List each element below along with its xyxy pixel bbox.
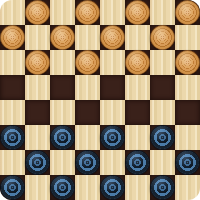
square-c1[interactable] [50,175,75,200]
square-e3[interactable] [100,125,125,150]
square-h7 [175,25,200,50]
blue-checker-piece[interactable] [150,125,175,150]
square-e4 [100,100,125,125]
square-c8 [50,0,75,25]
square-h8[interactable] [175,0,200,25]
square-d4[interactable] [75,100,100,125]
square-g1[interactable] [150,175,175,200]
orange-checker-piece[interactable] [100,25,125,50]
blue-checker-piece[interactable] [100,175,125,200]
orange-checker-piece[interactable] [125,50,150,75]
square-g5[interactable] [150,75,175,100]
square-h3 [175,125,200,150]
square-h4[interactable] [175,100,200,125]
app-background [0,0,200,200]
square-d7 [75,25,100,50]
square-h2[interactable] [175,150,200,175]
orange-checker-piece[interactable] [75,50,100,75]
square-e8 [100,0,125,25]
square-d5 [75,75,100,100]
square-b8[interactable] [25,0,50,25]
square-g3[interactable] [150,125,175,150]
square-h5 [175,75,200,100]
blue-checker-piece[interactable] [0,125,25,150]
orange-checker-piece[interactable] [175,0,200,25]
orange-checker-piece[interactable] [150,25,175,50]
square-d6[interactable] [75,50,100,75]
square-b5 [25,75,50,100]
square-e1[interactable] [100,175,125,200]
square-d8[interactable] [75,0,100,25]
square-c7[interactable] [50,25,75,50]
square-b4[interactable] [25,100,50,125]
square-d3 [75,125,100,150]
square-e2 [100,150,125,175]
square-g7[interactable] [150,25,175,50]
blue-checker-piece[interactable] [50,175,75,200]
square-c2 [50,150,75,175]
square-h1 [175,175,200,200]
square-f8[interactable] [125,0,150,25]
blue-checker-piece[interactable] [50,125,75,150]
square-a5[interactable] [0,75,25,100]
orange-checker-piece[interactable] [0,25,25,50]
square-b2[interactable] [25,150,50,175]
square-e5[interactable] [100,75,125,100]
square-d1 [75,175,100,200]
square-h6[interactable] [175,50,200,75]
square-a6 [0,50,25,75]
orange-checker-piece[interactable] [125,0,150,25]
square-g6 [150,50,175,75]
orange-checker-piece[interactable] [75,0,100,25]
square-b1 [25,175,50,200]
square-f2[interactable] [125,150,150,175]
square-g4 [150,100,175,125]
checkers-board [0,0,200,200]
square-b3 [25,125,50,150]
square-c3[interactable] [50,125,75,150]
square-c5[interactable] [50,75,75,100]
square-a8 [0,0,25,25]
square-b7 [25,25,50,50]
square-c6 [50,50,75,75]
orange-checker-piece[interactable] [25,50,50,75]
square-d2[interactable] [75,150,100,175]
blue-checker-piece[interactable] [175,150,200,175]
blue-checker-piece[interactable] [75,150,100,175]
blue-checker-piece[interactable] [100,125,125,150]
blue-checker-piece[interactable] [25,150,50,175]
square-e7[interactable] [100,25,125,50]
square-c4 [50,100,75,125]
square-f4[interactable] [125,100,150,125]
square-a7[interactable] [0,25,25,50]
square-a4 [0,100,25,125]
square-f7 [125,25,150,50]
orange-checker-piece[interactable] [25,0,50,25]
square-g2 [150,150,175,175]
blue-checker-piece[interactable] [150,175,175,200]
square-b6[interactable] [25,50,50,75]
square-a2 [0,150,25,175]
square-a1[interactable] [0,175,25,200]
square-g8 [150,0,175,25]
square-f6[interactable] [125,50,150,75]
orange-checker-piece[interactable] [175,50,200,75]
square-f3 [125,125,150,150]
square-e6 [100,50,125,75]
square-f5 [125,75,150,100]
orange-checker-piece[interactable] [50,25,75,50]
blue-checker-piece[interactable] [0,175,25,200]
square-a3[interactable] [0,125,25,150]
square-f1 [125,175,150,200]
blue-checker-piece[interactable] [125,150,150,175]
